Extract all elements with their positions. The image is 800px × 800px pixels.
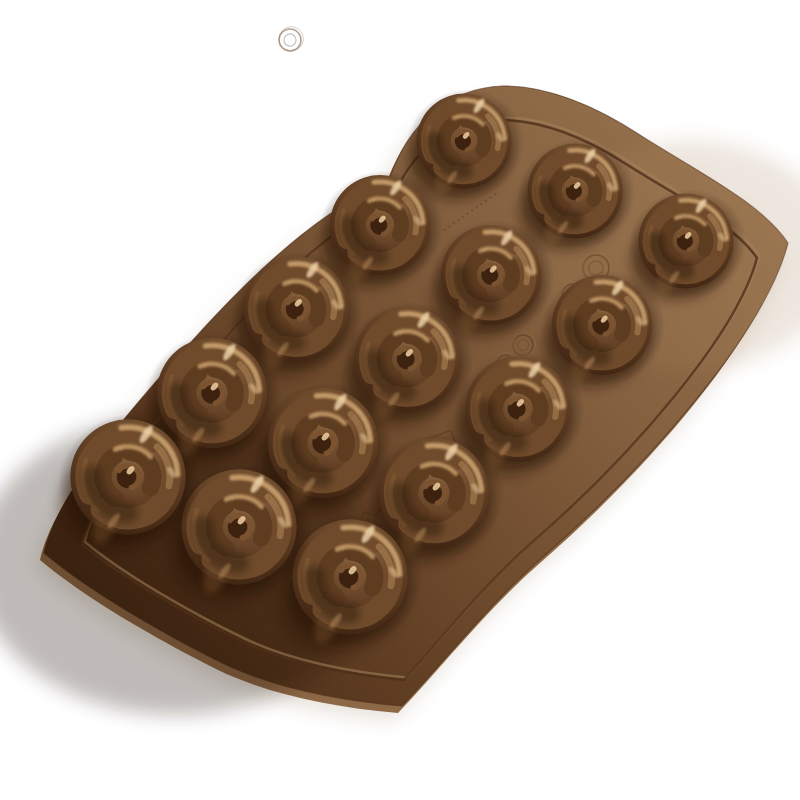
mold-photo <box>0 0 800 800</box>
embossed-seal-icon <box>279 27 303 51</box>
product-photo-scene <box>0 0 800 800</box>
